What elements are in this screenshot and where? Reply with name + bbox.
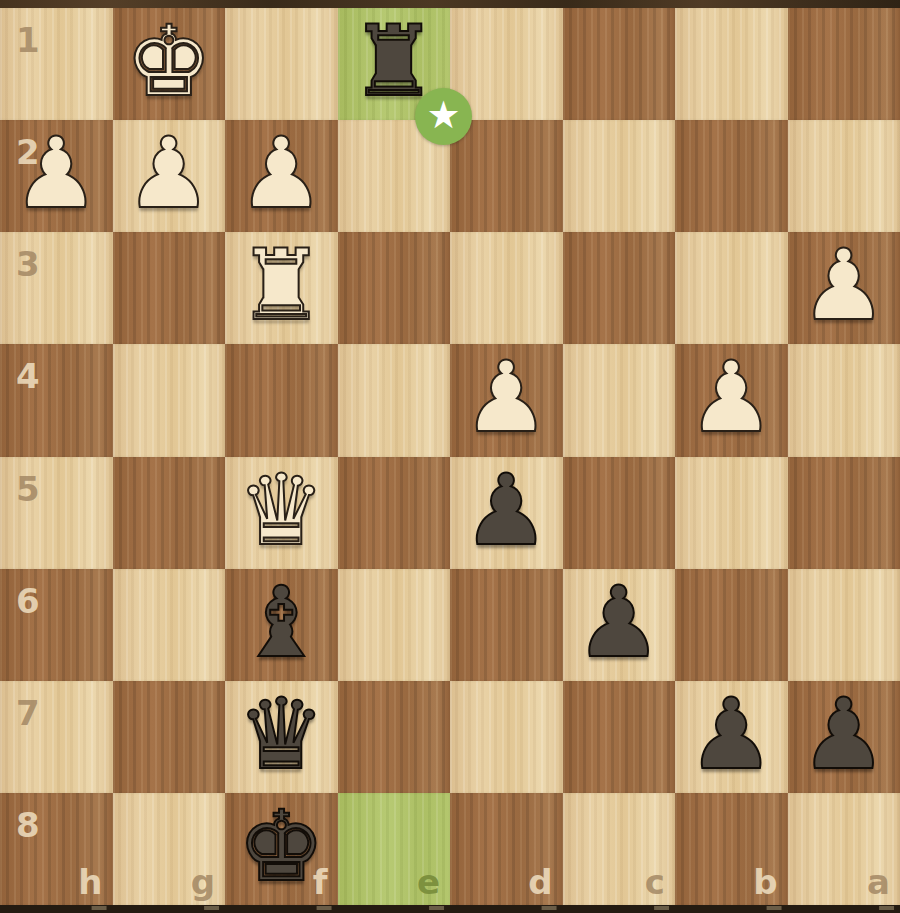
square-d3[interactable] <box>450 232 563 344</box>
square-g5[interactable] <box>113 457 226 569</box>
square-b7[interactable]: ♟ <box>675 681 788 793</box>
file-label-b: b <box>753 865 777 899</box>
piece-bP-a7[interactable]: ♟ <box>800 685 888 783</box>
square-c5[interactable] <box>563 457 676 569</box>
square-h8[interactable]: 8h <box>0 793 113 905</box>
square-e7[interactable] <box>338 681 451 793</box>
square-b6[interactable] <box>675 569 788 681</box>
chessboard-screenshot: 1♚♜2♟♟♟3♜♟4♟♟5♛♟6♝♟7♛♟♟8hgf♚edcba ★ <box>0 0 900 913</box>
square-h2[interactable]: 2♟ <box>0 120 113 232</box>
square-d5[interactable]: ♟ <box>450 457 563 569</box>
rank-label-4: 4 <box>16 359 40 393</box>
square-g2[interactable]: ♟ <box>113 120 226 232</box>
piece-wP-h2[interactable]: ♟ <box>12 124 100 222</box>
square-c1[interactable] <box>563 8 676 120</box>
piece-bQ-f7[interactable]: ♛ <box>237 685 325 783</box>
square-d8[interactable]: d <box>450 793 563 905</box>
file-label-h: h <box>78 865 102 899</box>
square-f8[interactable]: f♚ <box>225 793 338 905</box>
rank-label-1: 1 <box>16 23 40 57</box>
square-b2[interactable] <box>675 120 788 232</box>
rank-label-5: 5 <box>16 472 40 506</box>
square-h7[interactable]: 7 <box>0 681 113 793</box>
piece-bP-d5[interactable]: ♟ <box>462 461 550 559</box>
square-e5[interactable] <box>338 457 451 569</box>
piece-wR-f3[interactable]: ♜ <box>237 236 325 334</box>
piece-wP-a3[interactable]: ♟ <box>800 236 888 334</box>
square-d2[interactable] <box>450 120 563 232</box>
square-d4[interactable]: ♟ <box>450 344 563 456</box>
piece-wK-g1[interactable]: ♚ <box>125 12 213 110</box>
square-a8[interactable]: a <box>788 793 900 905</box>
square-g4[interactable] <box>113 344 226 456</box>
square-b5[interactable] <box>675 457 788 569</box>
square-a1[interactable] <box>788 8 900 120</box>
square-e3[interactable] <box>338 232 451 344</box>
square-f1[interactable] <box>225 8 338 120</box>
file-label-g: g <box>191 865 215 899</box>
square-a7[interactable]: ♟ <box>788 681 900 793</box>
square-f2[interactable]: ♟ <box>225 120 338 232</box>
square-f6[interactable]: ♝ <box>225 569 338 681</box>
square-a2[interactable] <box>788 120 900 232</box>
rank-label-8: 8 <box>16 808 40 842</box>
piece-wQ-f5[interactable]: ♛ <box>237 461 325 559</box>
square-c3[interactable] <box>563 232 676 344</box>
square-f4[interactable] <box>225 344 338 456</box>
square-c8[interactable]: c <box>563 793 676 905</box>
square-g3[interactable] <box>113 232 226 344</box>
square-c6[interactable]: ♟ <box>563 569 676 681</box>
square-a5[interactable] <box>788 457 900 569</box>
file-label-d: d <box>528 865 552 899</box>
square-h4[interactable]: 4 <box>0 344 113 456</box>
best-move-badge: ★ <box>415 88 472 145</box>
piece-bB-f6[interactable]: ♝ <box>237 573 325 671</box>
rank-label-3: 3 <box>16 247 40 281</box>
file-label-a: a <box>867 865 890 899</box>
file-label-c: c <box>645 865 665 899</box>
square-g7[interactable] <box>113 681 226 793</box>
square-h3[interactable]: 3 <box>0 232 113 344</box>
piece-bK-f8[interactable]: ♚ <box>237 797 325 895</box>
square-c7[interactable] <box>563 681 676 793</box>
square-e6[interactable] <box>338 569 451 681</box>
piece-wP-b4[interactable]: ♟ <box>687 348 775 446</box>
square-c4[interactable] <box>563 344 676 456</box>
square-a6[interactable] <box>788 569 900 681</box>
piece-bP-c6[interactable]: ♟ <box>575 573 663 671</box>
square-f5[interactable]: ♛ <box>225 457 338 569</box>
square-d6[interactable] <box>450 569 563 681</box>
rank-label-7: 7 <box>16 696 40 730</box>
square-b3[interactable] <box>675 232 788 344</box>
square-a3[interactable]: ♟ <box>788 232 900 344</box>
square-g6[interactable] <box>113 569 226 681</box>
table-edge-bottom <box>0 905 900 913</box>
file-label-e: e <box>417 865 440 899</box>
square-e8[interactable]: e <box>338 793 451 905</box>
square-h5[interactable]: 5 <box>0 457 113 569</box>
piece-wP-d4[interactable]: ♟ <box>462 348 550 446</box>
square-a4[interactable] <box>788 344 900 456</box>
square-b8[interactable]: b <box>675 793 788 905</box>
square-e4[interactable] <box>338 344 451 456</box>
square-b1[interactable] <box>675 8 788 120</box>
piece-wP-g2[interactable]: ♟ <box>125 124 213 222</box>
square-g8[interactable]: g <box>113 793 226 905</box>
square-b4[interactable]: ♟ <box>675 344 788 456</box>
square-h6[interactable]: 6 <box>0 569 113 681</box>
piece-bP-b7[interactable]: ♟ <box>687 685 775 783</box>
piece-wP-f2[interactable]: ♟ <box>237 124 325 222</box>
square-d7[interactable] <box>450 681 563 793</box>
rank-label-6: 6 <box>16 584 40 618</box>
square-c2[interactable] <box>563 120 676 232</box>
square-f3[interactable]: ♜ <box>225 232 338 344</box>
square-g1[interactable]: ♚ <box>113 8 226 120</box>
square-h1[interactable]: 1 <box>0 8 113 120</box>
star-icon: ★ <box>426 96 460 134</box>
square-f7[interactable]: ♛ <box>225 681 338 793</box>
